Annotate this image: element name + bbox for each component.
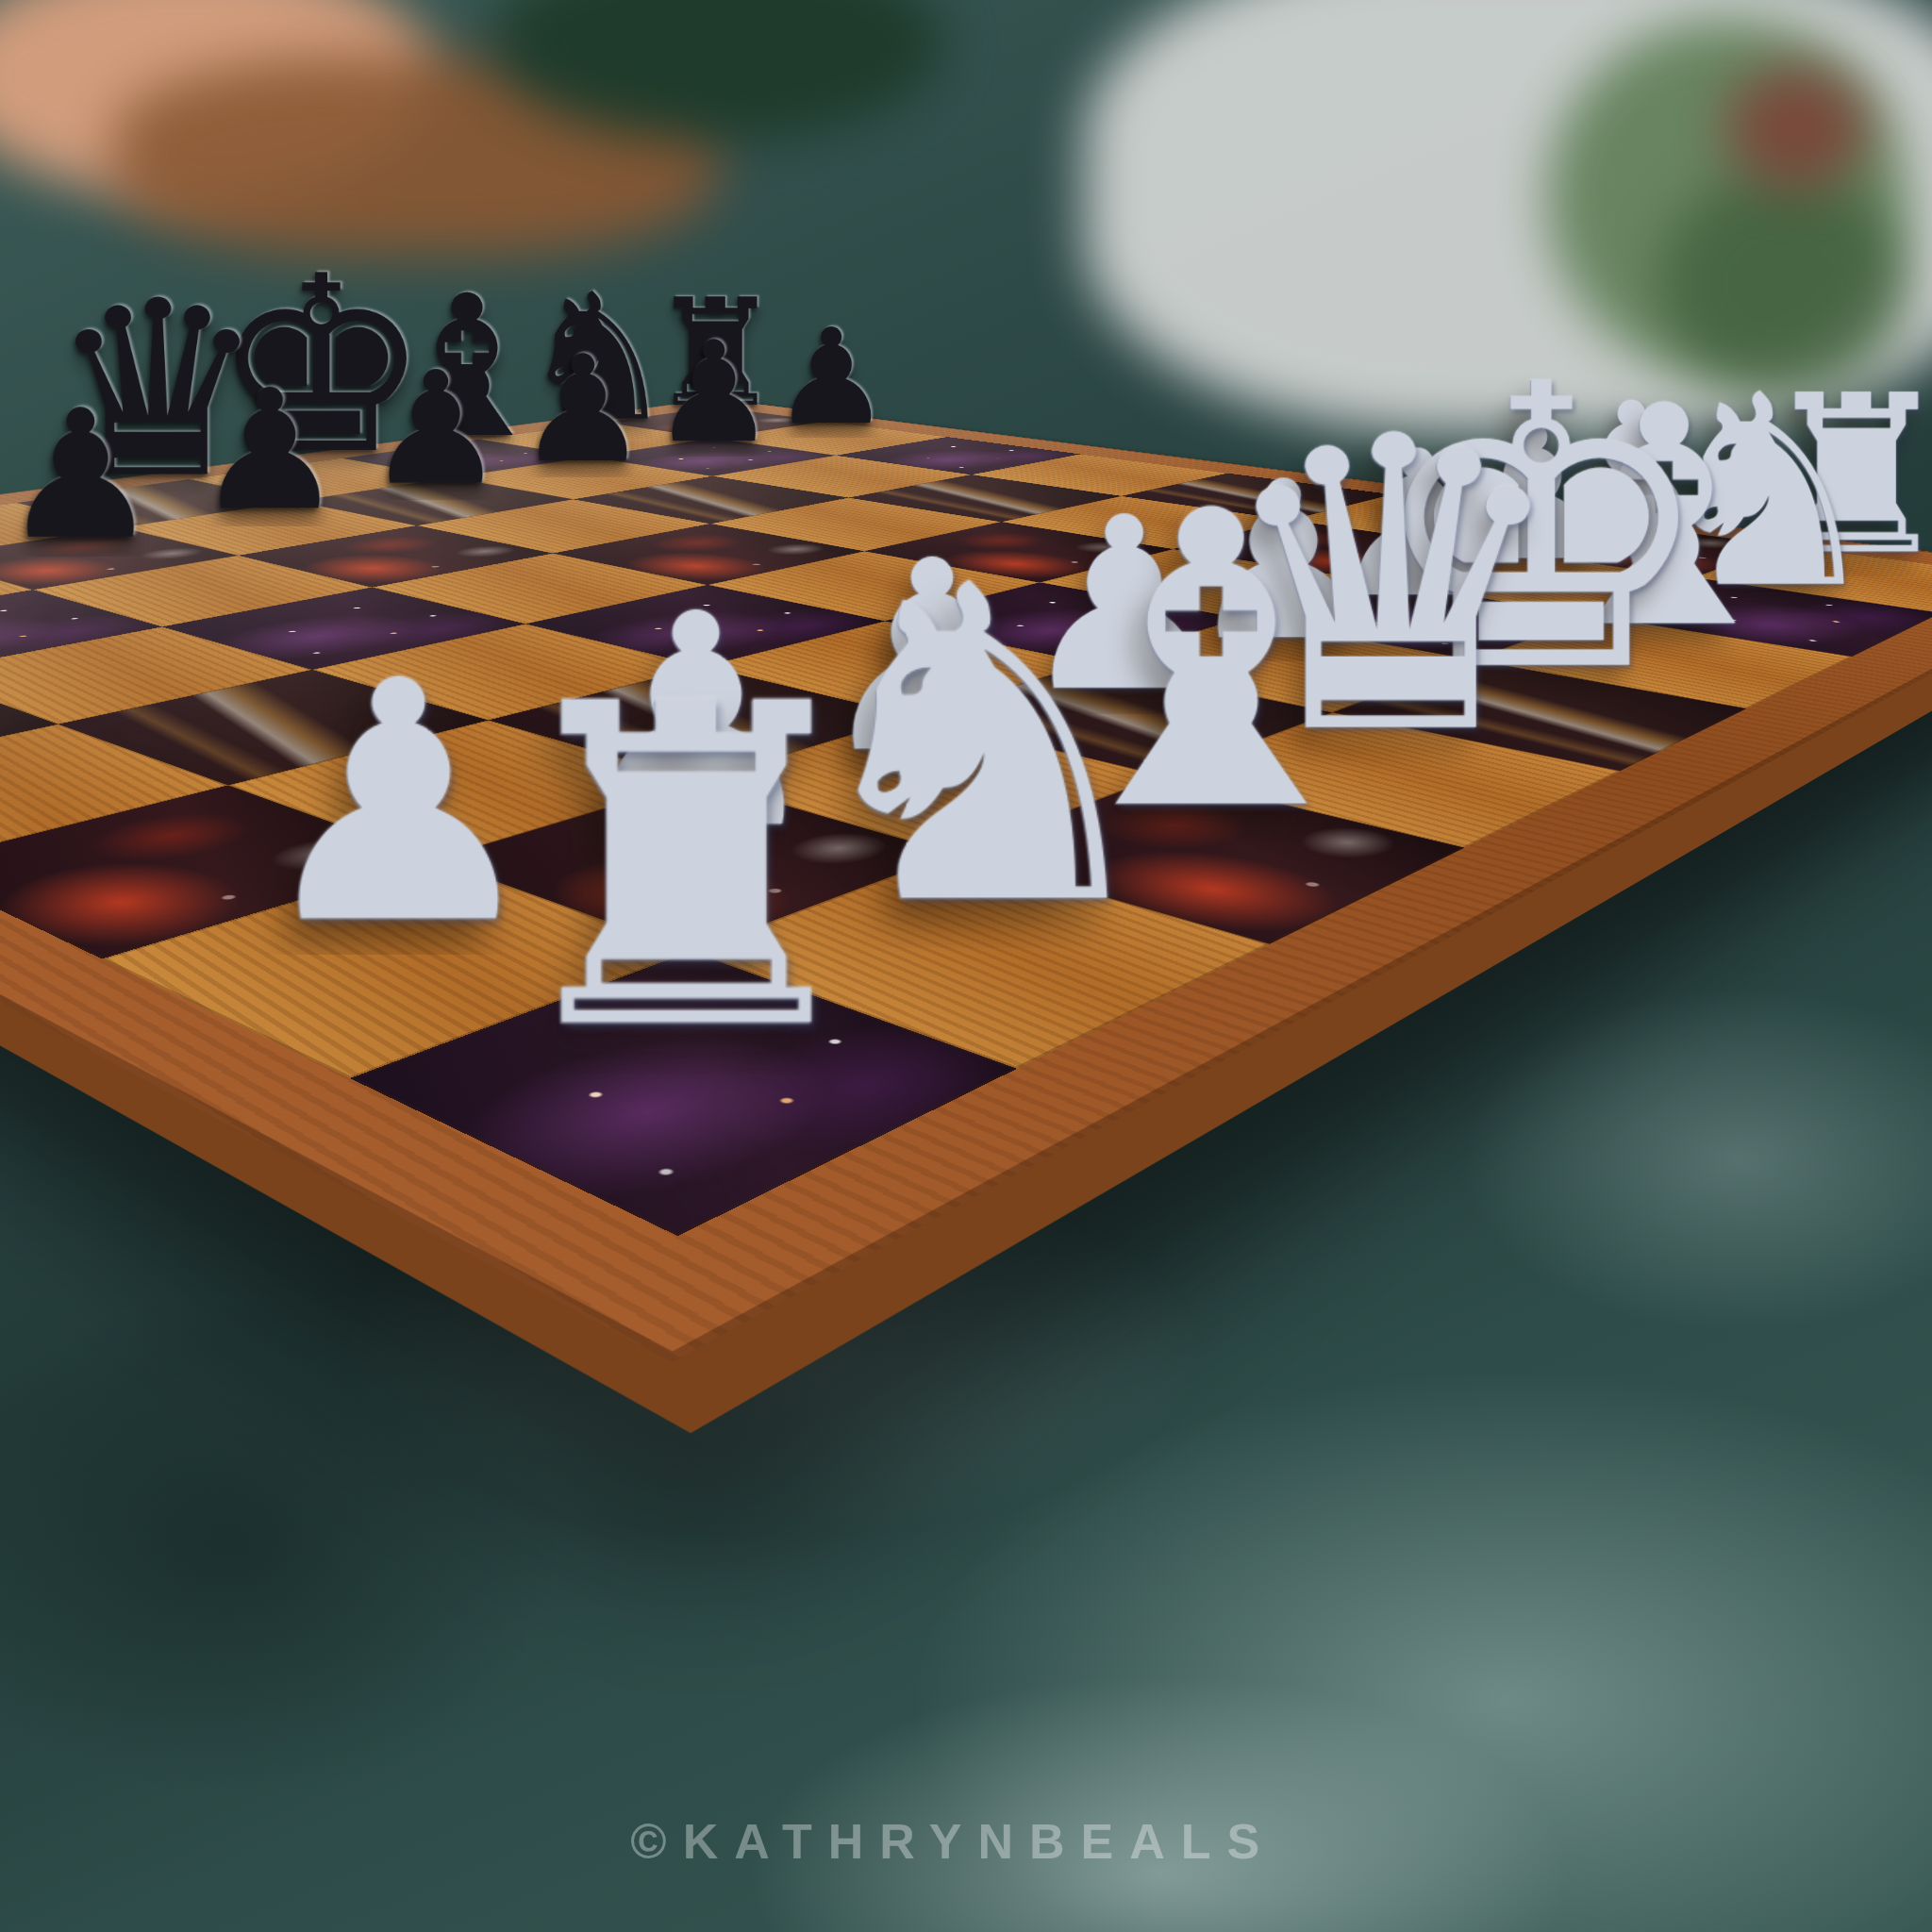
photo-stage: ♜♞♝♛♚♝♞♜♟♟♟♟♟♟♟♟♟♟♟♟♟♟♟♟♜♞♝♛♚♝♞♜ ©KATHRY… <box>0 0 1932 1932</box>
board-wrapper: ♜♞♝♛♚♝♞♜♟♟♟♟♟♟♟♟♟♟♟♟♟♟♟♟♜♞♝♛♚♝♞♜ <box>0 399 1932 1363</box>
board-3d-scene: ♜♞♝♛♚♝♞♜♟♟♟♟♟♟♟♟♟♟♟♟♟♟♟♟♜♞♝♛♚♝♞♜ <box>0 0 1932 1932</box>
watermark: ©KATHRYNBEALS <box>630 1813 1275 1870</box>
wooden-board-frame: ♜♞♝♛♚♝♞♜♟♟♟♟♟♟♟♟♟♟♟♟♟♟♟♟♜♞♝♛♚♝♞♜ <box>0 399 1932 1363</box>
piece-white-rook-a1[interactable]: ♜ <box>238 249 1133 1074</box>
square-a1[interactable]: ♜ <box>350 952 1017 1237</box>
chess-board: ♜♞♝♛♚♝♞♜♟♟♟♟♟♟♟♟♟♟♟♟♟♟♟♟♜♞♝♛♚♝♞♜ <box>0 407 1932 1236</box>
